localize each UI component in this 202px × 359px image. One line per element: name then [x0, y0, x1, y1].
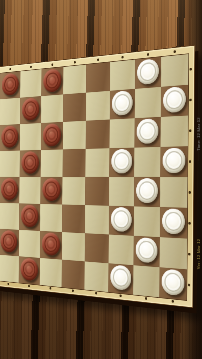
white-piece[interactable]	[163, 86, 186, 113]
board-square[interactable]	[19, 203, 40, 231]
board-square[interactable]	[133, 236, 159, 267]
checkers-board	[0, 45, 195, 308]
board-square[interactable]	[159, 267, 187, 300]
red-piece[interactable]	[21, 151, 39, 173]
board-square[interactable]	[41, 122, 63, 150]
board-square	[134, 206, 160, 237]
board-square	[63, 65, 86, 95]
board-square	[0, 255, 19, 283]
board-square[interactable]	[85, 233, 109, 263]
board-square[interactable]	[20, 96, 41, 124]
board-square	[135, 87, 161, 118]
board-square[interactable]	[135, 57, 161, 89]
board-square[interactable]	[0, 71, 20, 99]
board-square[interactable]	[110, 89, 135, 120]
board-square[interactable]	[108, 263, 133, 294]
board-square[interactable]	[86, 62, 110, 93]
board-square	[0, 98, 20, 125]
board-square	[85, 148, 109, 177]
board-square	[160, 237, 188, 269]
board-square	[84, 261, 108, 292]
board-square[interactable]	[0, 124, 20, 151]
board-square	[40, 258, 62, 287]
board-square	[0, 151, 20, 177]
game-screen: Time: 12 Mar 12 Ver: 12 Mar 12	[0, 0, 202, 359]
board-grid	[0, 54, 188, 300]
red-piece[interactable]	[0, 230, 17, 253]
white-piece[interactable]	[137, 58, 159, 85]
board-square[interactable]	[85, 177, 109, 206]
board-square[interactable]	[20, 150, 41, 177]
board-square	[133, 265, 159, 297]
board-square[interactable]	[19, 256, 40, 285]
board-square[interactable]	[0, 229, 19, 257]
board-square[interactable]	[109, 148, 134, 177]
board-square[interactable]	[62, 149, 85, 177]
white-piece[interactable]	[110, 265, 131, 291]
red-piece[interactable]	[43, 68, 61, 92]
white-piece[interactable]	[162, 208, 185, 234]
board-square	[40, 204, 62, 232]
board-square	[20, 123, 41, 150]
board-square	[41, 149, 63, 177]
board-square	[62, 232, 85, 261]
board-square[interactable]	[40, 177, 62, 205]
board-square	[41, 94, 63, 123]
red-piece[interactable]	[43, 123, 61, 146]
board-square[interactable]	[160, 146, 188, 177]
white-piece[interactable]	[137, 118, 159, 144]
board-square	[109, 118, 134, 148]
board-square[interactable]	[86, 120, 110, 149]
board-square	[85, 205, 109, 234]
board-square	[0, 203, 19, 230]
board-square[interactable]	[134, 117, 160, 148]
board-square[interactable]	[63, 93, 86, 122]
red-piece[interactable]	[21, 205, 39, 228]
board-square[interactable]	[160, 207, 188, 239]
white-piece[interactable]	[162, 148, 185, 174]
board-square	[86, 91, 110, 121]
board-square	[161, 54, 189, 87]
board-square[interactable]	[62, 205, 85, 234]
board-square	[109, 177, 134, 206]
board-square[interactable]	[0, 177, 20, 203]
board-square[interactable]	[62, 260, 85, 290]
board-square	[109, 234, 134, 265]
white-piece[interactable]	[111, 149, 132, 174]
board-square	[19, 230, 40, 258]
red-piece[interactable]	[1, 178, 18, 200]
board-square[interactable]	[134, 177, 160, 207]
board-square	[160, 115, 188, 146]
white-piece[interactable]	[162, 269, 185, 296]
board-square	[62, 177, 85, 205]
board-square	[160, 177, 188, 208]
red-piece[interactable]	[2, 73, 19, 96]
red-piece[interactable]	[1, 125, 18, 147]
board-square[interactable]	[41, 67, 63, 96]
red-piece[interactable]	[22, 97, 40, 120]
red-piece[interactable]	[20, 258, 38, 282]
board-frame	[0, 45, 195, 308]
white-piece[interactable]	[112, 90, 133, 116]
red-piece[interactable]	[42, 178, 60, 201]
white-piece[interactable]	[111, 207, 132, 232]
board-square[interactable]	[40, 231, 62, 260]
board-square	[63, 121, 86, 150]
board-square	[20, 69, 41, 98]
white-piece[interactable]	[136, 237, 158, 263]
board-square	[134, 147, 160, 177]
board-square[interactable]	[109, 206, 134, 236]
board-square	[110, 60, 135, 91]
white-piece[interactable]	[136, 178, 158, 203]
red-piece[interactable]	[42, 232, 60, 256]
board-square	[19, 177, 40, 204]
board-square[interactable]	[161, 85, 189, 117]
